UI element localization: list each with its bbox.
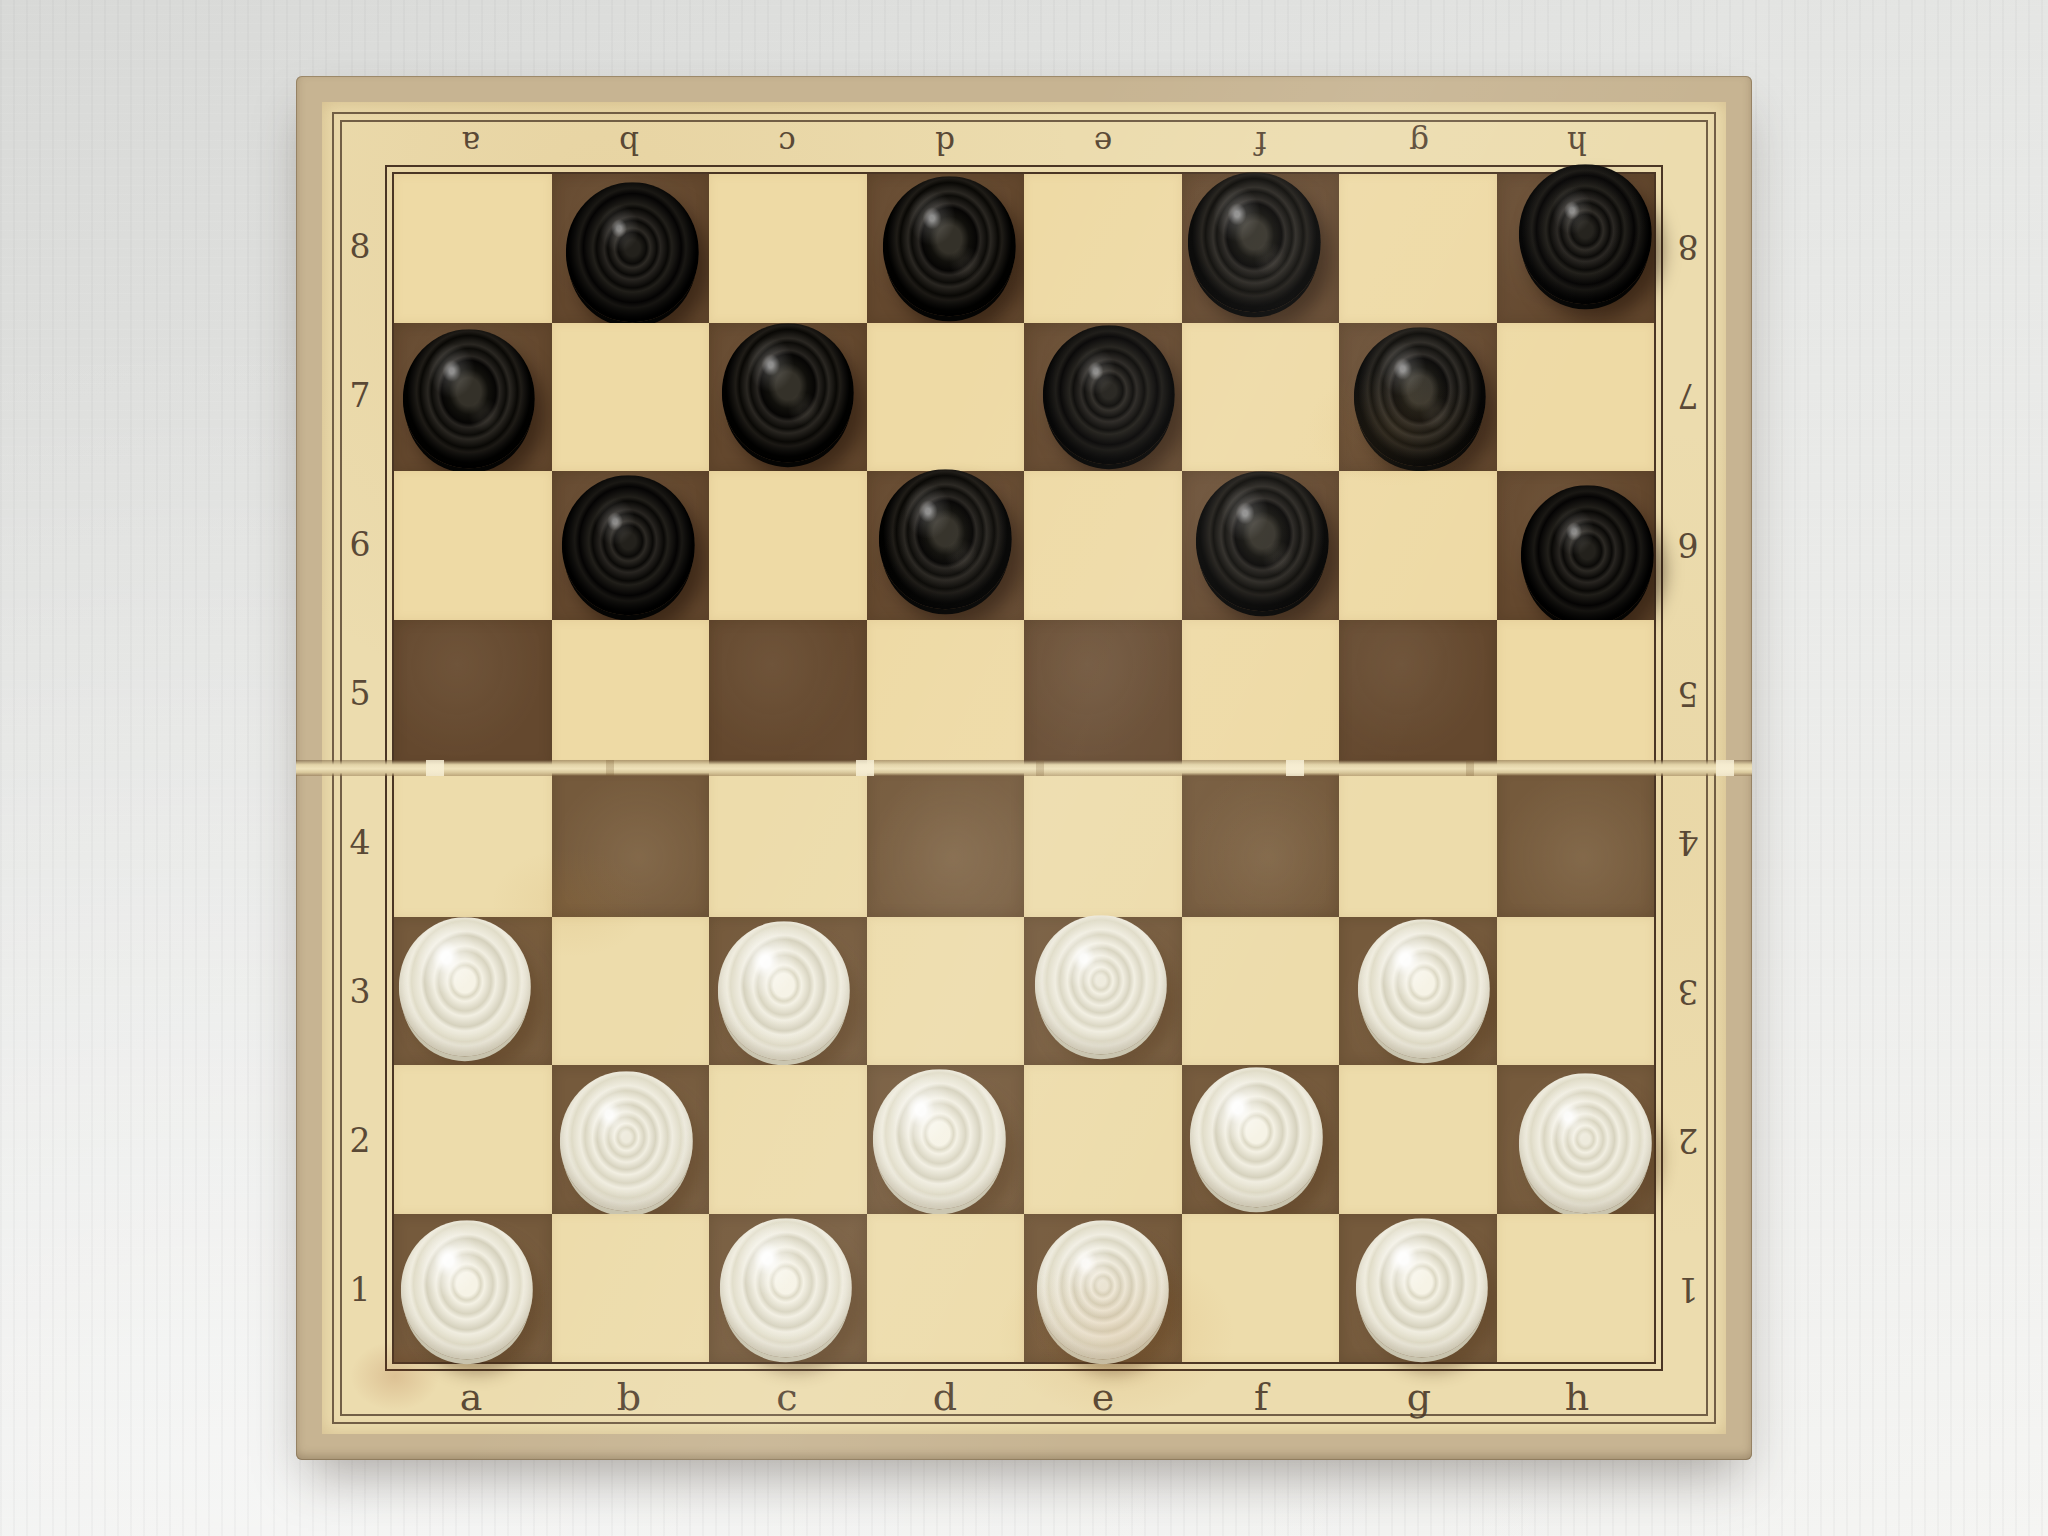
piece-black-d8[interactable]	[883, 176, 1015, 316]
square-a3[interactable]	[394, 917, 552, 1066]
square-b1[interactable]	[552, 1214, 710, 1363]
square-d6[interactable]	[867, 471, 1025, 620]
piece-white-b2[interactable]	[560, 1071, 692, 1211]
piece-white-a1[interactable]	[401, 1220, 533, 1360]
square-c1[interactable]	[709, 1214, 867, 1363]
square-h7[interactable]	[1497, 323, 1655, 472]
square-h6[interactable]	[1497, 471, 1655, 620]
square-b7[interactable]	[552, 323, 710, 472]
piece-white-a3[interactable]	[399, 917, 531, 1057]
square-a6[interactable]	[394, 471, 552, 620]
square-f3[interactable]	[1182, 917, 1340, 1066]
piece-black-b6[interactable]	[562, 475, 694, 615]
square-f5[interactable]	[1182, 620, 1340, 769]
piece-white-f2[interactable]	[1190, 1067, 1322, 1207]
square-d5[interactable]	[867, 620, 1025, 769]
piece-black-e7[interactable]	[1043, 325, 1175, 465]
square-c4[interactable]	[709, 768, 867, 917]
square-d4[interactable]	[867, 768, 1025, 917]
square-g1[interactable]	[1339, 1214, 1497, 1363]
piece-white-c3[interactable]	[718, 921, 850, 1061]
piece-black-g7[interactable]	[1354, 327, 1486, 467]
file-label-g: g	[1340, 1372, 1498, 1422]
piece-black-h6[interactable]	[1521, 485, 1653, 625]
square-f4[interactable]	[1182, 768, 1340, 917]
piece-black-a7[interactable]	[403, 329, 535, 469]
square-c8[interactable]	[709, 174, 867, 323]
file-label-g-rotated: g	[1340, 122, 1498, 164]
piece-white-g1[interactable]	[1356, 1218, 1488, 1358]
square-b2[interactable]	[552, 1065, 710, 1214]
square-g6[interactable]	[1339, 471, 1497, 620]
square-d1[interactable]	[867, 1214, 1025, 1363]
square-f1[interactable]	[1182, 1214, 1340, 1363]
square-g7[interactable]	[1339, 323, 1497, 472]
square-g5[interactable]	[1339, 620, 1497, 769]
square-e3[interactable]	[1024, 917, 1182, 1066]
piece-black-f6[interactable]	[1196, 471, 1328, 611]
piece-white-c1[interactable]	[720, 1218, 852, 1358]
rank-label-3: 3	[338, 917, 382, 1066]
square-b5[interactable]	[552, 620, 710, 769]
square-c3[interactable]	[709, 917, 867, 1066]
file-label-b-rotated: b	[550, 122, 708, 164]
rank-label-2: 2	[338, 1066, 382, 1215]
file-label-a: a	[392, 1372, 550, 1422]
square-e8[interactable]	[1024, 174, 1182, 323]
piece-black-f8[interactable]	[1188, 172, 1320, 312]
play-area	[392, 172, 1656, 1364]
square-a5[interactable]	[394, 620, 552, 769]
square-g2[interactable]	[1339, 1065, 1497, 1214]
piece-black-h8[interactable]	[1519, 164, 1651, 304]
square-b6[interactable]	[552, 471, 710, 620]
square-f7[interactable]	[1182, 323, 1340, 472]
rank-label-4-rotated: 4	[1666, 768, 1710, 917]
square-e7[interactable]	[1024, 323, 1182, 472]
piece-white-h2[interactable]	[1519, 1073, 1651, 1213]
rank-label-6-rotated: 6	[1666, 470, 1710, 619]
rank-label-6: 6	[338, 470, 382, 619]
square-e6[interactable]	[1024, 471, 1182, 620]
square-d3[interactable]	[867, 917, 1025, 1066]
piece-white-e3[interactable]	[1035, 915, 1167, 1055]
piece-white-g3[interactable]	[1358, 919, 1490, 1059]
square-f8[interactable]	[1182, 174, 1340, 323]
piece-black-b8[interactable]	[566, 182, 698, 322]
file-label-b: b	[550, 1372, 708, 1422]
rank-label-7-rotated: 7	[1666, 321, 1710, 470]
rank-label-1: 1	[338, 1215, 382, 1364]
rank-label-3-rotated: 3	[1666, 917, 1710, 1066]
square-e5[interactable]	[1024, 620, 1182, 769]
piece-black-c7[interactable]	[722, 323, 854, 463]
square-c5[interactable]	[709, 620, 867, 769]
piece-white-e1[interactable]	[1037, 1220, 1169, 1360]
square-a7[interactable]	[394, 323, 552, 472]
rank-labels-right: 87654321	[1666, 172, 1710, 1364]
square-h8[interactable]	[1497, 174, 1655, 323]
rank-label-5-rotated: 5	[1666, 619, 1710, 768]
square-a8[interactable]	[394, 174, 552, 323]
file-label-a-rotated: a	[392, 122, 550, 164]
file-label-h: h	[1498, 1372, 1656, 1422]
file-label-f: f	[1182, 1372, 1340, 1422]
square-h4[interactable]	[1497, 768, 1655, 917]
file-label-c-rotated: c	[708, 122, 866, 164]
checkers-board: abcdefgh abcdefgh 87654321 87654321	[296, 76, 1752, 1460]
square-e1[interactable]	[1024, 1214, 1182, 1363]
square-a2[interactable]	[394, 1065, 552, 1214]
piece-white-d2[interactable]	[873, 1069, 1005, 1209]
square-h2[interactable]	[1497, 1065, 1655, 1214]
square-b8[interactable]	[552, 174, 710, 323]
square-f6[interactable]	[1182, 471, 1340, 620]
square-c7[interactable]	[709, 323, 867, 472]
rank-label-2-rotated: 2	[1666, 1066, 1710, 1215]
file-label-d-rotated: d	[866, 122, 1024, 164]
rank-label-8-rotated: 8	[1666, 172, 1710, 321]
file-label-f-rotated: f	[1182, 122, 1340, 164]
square-a1[interactable]	[394, 1214, 552, 1363]
file-label-e: e	[1024, 1372, 1182, 1422]
square-c6[interactable]	[709, 471, 867, 620]
file-label-h-rotated: h	[1498, 122, 1656, 164]
square-g3[interactable]	[1339, 917, 1497, 1066]
square-h3[interactable]	[1497, 917, 1655, 1066]
rank-label-1-rotated: 1	[1666, 1215, 1710, 1364]
rank-label-4: 4	[338, 768, 382, 917]
square-h5[interactable]	[1497, 620, 1655, 769]
file-labels-top: abcdefgh	[392, 122, 1656, 164]
square-g4[interactable]	[1339, 768, 1497, 917]
square-a4[interactable]	[394, 768, 552, 917]
rank-label-7: 7	[338, 321, 382, 470]
board-paper: abcdefgh abcdefgh 87654321 87654321	[322, 102, 1726, 1434]
file-labels-bottom: abcdefgh	[392, 1372, 1656, 1422]
file-label-d: d	[866, 1372, 1024, 1422]
square-d8[interactable]	[867, 174, 1025, 323]
file-label-c: c	[708, 1372, 866, 1422]
square-f2[interactable]	[1182, 1065, 1340, 1214]
square-g8[interactable]	[1339, 174, 1497, 323]
square-d2[interactable]	[867, 1065, 1025, 1214]
piece-black-d6[interactable]	[879, 469, 1011, 609]
square-d7[interactable]	[867, 323, 1025, 472]
rank-label-5: 5	[338, 619, 382, 768]
square-h1[interactable]	[1497, 1214, 1655, 1363]
square-b4[interactable]	[552, 768, 710, 917]
square-e4[interactable]	[1024, 768, 1182, 917]
rank-labels-left: 87654321	[338, 172, 382, 1364]
rank-label-8: 8	[338, 172, 382, 321]
square-e2[interactable]	[1024, 1065, 1182, 1214]
square-c2[interactable]	[709, 1065, 867, 1214]
square-b3[interactable]	[552, 917, 710, 1066]
file-label-e-rotated: e	[1024, 122, 1182, 164]
